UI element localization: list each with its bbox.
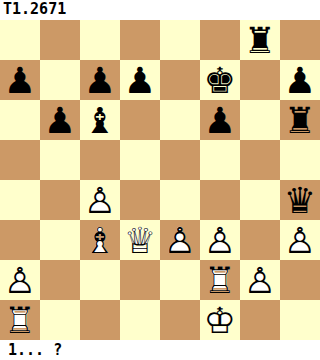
black-pawn-f6[interactable]: ♟	[200, 100, 240, 140]
chess-trainer-screen: T1.2671 ♜♟♟♟♚♟♟♝♟♜♟♙♛♝♗♛♕♟♙♟♙♟♙♟♙♜♖♟♙♜♖♚…	[0, 0, 320, 360]
square-d1[interactable]	[120, 300, 160, 340]
white-king-f1[interactable]: ♚♔	[200, 300, 240, 340]
square-c8[interactable]	[80, 20, 120, 60]
square-g2[interactable]: ♟♙	[240, 260, 280, 300]
black-pawn-a7[interactable]: ♟	[0, 60, 40, 100]
white-pawn-c4[interactable]: ♟♙	[80, 180, 120, 220]
square-h8[interactable]	[280, 20, 320, 60]
white-queen-d3[interactable]: ♛♕	[120, 220, 160, 260]
square-h1[interactable]	[280, 300, 320, 340]
white-pawn-f3[interactable]: ♟♙	[200, 220, 240, 260]
square-h3[interactable]: ♟♙	[280, 220, 320, 260]
square-f8[interactable]	[200, 20, 240, 60]
chess-board: ♜♟♟♟♚♟♟♝♟♜♟♙♛♝♗♛♕♟♙♟♙♟♙♟♙♜♖♟♙♜♖♚♔	[0, 20, 320, 340]
square-h4[interactable]: ♛	[280, 180, 320, 220]
square-c2[interactable]	[80, 260, 120, 300]
square-a7[interactable]: ♟	[0, 60, 40, 100]
square-e2[interactable]	[160, 260, 200, 300]
square-f6[interactable]: ♟	[200, 100, 240, 140]
square-f3[interactable]: ♟♙	[200, 220, 240, 260]
square-a8[interactable]	[0, 20, 40, 60]
square-a5[interactable]	[0, 140, 40, 180]
square-h7[interactable]: ♟	[280, 60, 320, 100]
square-g7[interactable]	[240, 60, 280, 100]
black-bishop-c6[interactable]: ♝	[80, 100, 120, 140]
square-g8[interactable]: ♜	[240, 20, 280, 60]
square-a2[interactable]: ♟♙	[0, 260, 40, 300]
white-rook-a1[interactable]: ♜♖	[0, 300, 40, 340]
square-c3[interactable]: ♝♗	[80, 220, 120, 260]
square-b8[interactable]	[40, 20, 80, 60]
square-d5[interactable]	[120, 140, 160, 180]
black-king-f7[interactable]: ♚	[200, 60, 240, 100]
square-a6[interactable]	[0, 100, 40, 140]
square-c4[interactable]: ♟♙	[80, 180, 120, 220]
square-e8[interactable]	[160, 20, 200, 60]
square-h5[interactable]	[280, 140, 320, 180]
black-pawn-h7[interactable]: ♟	[280, 60, 320, 100]
square-d8[interactable]	[120, 20, 160, 60]
square-f5[interactable]	[200, 140, 240, 180]
square-a1[interactable]: ♜♖	[0, 300, 40, 340]
square-f1[interactable]: ♚♔	[200, 300, 240, 340]
square-b4[interactable]	[40, 180, 80, 220]
square-b6[interactable]: ♟	[40, 100, 80, 140]
square-d2[interactable]	[120, 260, 160, 300]
square-e7[interactable]	[160, 60, 200, 100]
black-pawn-b6[interactable]: ♟	[40, 100, 80, 140]
square-a4[interactable]	[0, 180, 40, 220]
square-c7[interactable]: ♟	[80, 60, 120, 100]
move-prompt: 1... ?	[0, 340, 320, 360]
black-queen-h4[interactable]: ♛	[280, 180, 320, 220]
square-e1[interactable]	[160, 300, 200, 340]
square-g4[interactable]	[240, 180, 280, 220]
square-g3[interactable]	[240, 220, 280, 260]
white-pawn-e3[interactable]: ♟♙	[160, 220, 200, 260]
square-c5[interactable]	[80, 140, 120, 180]
square-h6[interactable]: ♜	[280, 100, 320, 140]
square-e4[interactable]	[160, 180, 200, 220]
white-pawn-a2[interactable]: ♟♙	[0, 260, 40, 300]
black-rook-h6[interactable]: ♜	[280, 100, 320, 140]
square-g6[interactable]	[240, 100, 280, 140]
square-g5[interactable]	[240, 140, 280, 180]
square-b3[interactable]	[40, 220, 80, 260]
black-pawn-d7[interactable]: ♟	[120, 60, 160, 100]
square-d4[interactable]	[120, 180, 160, 220]
square-f4[interactable]	[200, 180, 240, 220]
white-pawn-h3[interactable]: ♟♙	[280, 220, 320, 260]
square-e6[interactable]	[160, 100, 200, 140]
black-pawn-c7[interactable]: ♟	[80, 60, 120, 100]
black-rook-g8[interactable]: ♜	[240, 20, 280, 60]
white-bishop-c3[interactable]: ♝♗	[80, 220, 120, 260]
square-g1[interactable]	[240, 300, 280, 340]
square-e5[interactable]	[160, 140, 200, 180]
puzzle-id: T1.2671	[0, 0, 320, 20]
white-pawn-g2[interactable]: ♟♙	[240, 260, 280, 300]
square-b2[interactable]	[40, 260, 80, 300]
square-c1[interactable]	[80, 300, 120, 340]
square-f2[interactable]: ♜♖	[200, 260, 240, 300]
square-f7[interactable]: ♚	[200, 60, 240, 100]
square-d6[interactable]	[120, 100, 160, 140]
square-h2[interactable]	[280, 260, 320, 300]
square-b1[interactable]	[40, 300, 80, 340]
square-b5[interactable]	[40, 140, 80, 180]
square-d7[interactable]: ♟	[120, 60, 160, 100]
square-e3[interactable]: ♟♙	[160, 220, 200, 260]
white-rook-f2[interactable]: ♜♖	[200, 260, 240, 300]
square-b7[interactable]	[40, 60, 80, 100]
square-a3[interactable]	[0, 220, 40, 260]
square-d3[interactable]: ♛♕	[120, 220, 160, 260]
square-c6[interactable]: ♝	[80, 100, 120, 140]
